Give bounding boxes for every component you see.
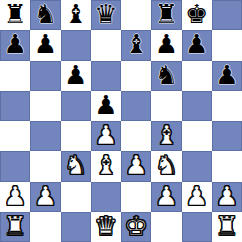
black-king[interactable]: ♚ [185, 1, 208, 27]
square-b3[interactable] [30, 151, 60, 181]
square-a8[interactable]: ♜ [0, 0, 30, 30]
square-h6[interactable]: ♟ [212, 61, 242, 91]
square-b5[interactable] [30, 91, 60, 121]
square-a7[interactable]: ♟ [0, 30, 30, 60]
square-c1[interactable] [61, 212, 91, 242]
square-h8[interactable] [212, 0, 242, 30]
white-bishop[interactable]: ♝ [94, 152, 117, 178]
square-d1[interactable]: ♛ [91, 212, 121, 242]
square-b4[interactable] [30, 121, 60, 151]
square-e3[interactable]: ♟ [121, 151, 151, 181]
square-g5[interactable] [182, 91, 212, 121]
white-pawn[interactable]: ♟ [155, 183, 178, 209]
square-h7[interactable] [212, 30, 242, 60]
square-b1[interactable] [30, 212, 60, 242]
square-g1[interactable] [182, 212, 212, 242]
square-g6[interactable] [182, 61, 212, 91]
square-b7[interactable]: ♟ [30, 30, 60, 60]
black-rook[interactable]: ♜ [3, 1, 26, 27]
square-d5[interactable]: ♟ [91, 91, 121, 121]
square-a5[interactable] [0, 91, 30, 121]
square-g2[interactable]: ♟ [182, 182, 212, 212]
square-c3[interactable]: ♞ [61, 151, 91, 181]
black-queen[interactable]: ♛ [94, 1, 117, 27]
white-pawn[interactable]: ♟ [34, 183, 57, 209]
black-knight[interactable]: ♞ [155, 62, 178, 88]
black-bishop[interactable]: ♝ [124, 31, 147, 57]
square-h3[interactable] [212, 151, 242, 181]
square-f7[interactable]: ♟ [151, 30, 181, 60]
square-e1[interactable]: ♚ [121, 212, 151, 242]
black-knight[interactable]: ♞ [34, 1, 57, 27]
square-g4[interactable] [182, 121, 212, 151]
white-pawn[interactable]: ♟ [3, 183, 26, 209]
square-c8[interactable]: ♝ [61, 0, 91, 30]
square-f5[interactable] [151, 91, 181, 121]
square-h2[interactable]: ♟ [212, 182, 242, 212]
square-e7[interactable]: ♝ [121, 30, 151, 60]
square-b6[interactable] [30, 61, 60, 91]
square-e2[interactable] [121, 182, 151, 212]
square-f4[interactable]: ♝ [151, 121, 181, 151]
square-h1[interactable]: ♜ [212, 212, 242, 242]
square-f1[interactable] [151, 212, 181, 242]
white-king[interactable]: ♚ [124, 213, 147, 239]
white-knight[interactable]: ♞ [155, 152, 178, 178]
square-f2[interactable]: ♟ [151, 182, 181, 212]
black-pawn[interactable]: ♟ [3, 31, 26, 57]
white-pawn[interactable]: ♟ [215, 183, 238, 209]
square-d4[interactable]: ♟ [91, 121, 121, 151]
square-g3[interactable] [182, 151, 212, 181]
black-pawn[interactable]: ♟ [64, 62, 87, 88]
square-e4[interactable] [121, 121, 151, 151]
white-pawn[interactable]: ♟ [185, 183, 208, 209]
square-g7[interactable]: ♟ [182, 30, 212, 60]
black-pawn[interactable]: ♟ [155, 31, 178, 57]
square-f3[interactable]: ♞ [151, 151, 181, 181]
square-d3[interactable]: ♝ [91, 151, 121, 181]
black-pawn[interactable]: ♟ [34, 31, 57, 57]
square-c7[interactable] [61, 30, 91, 60]
square-f8[interactable]: ♜ [151, 0, 181, 30]
square-c4[interactable] [61, 121, 91, 151]
square-e8[interactable] [121, 0, 151, 30]
black-pawn[interactable]: ♟ [185, 31, 208, 57]
square-h5[interactable] [212, 91, 242, 121]
square-a6[interactable] [0, 61, 30, 91]
white-rook[interactable]: ♜ [215, 213, 238, 239]
square-c6[interactable]: ♟ [61, 61, 91, 91]
square-d8[interactable]: ♛ [91, 0, 121, 30]
square-e5[interactable] [121, 91, 151, 121]
square-d7[interactable] [91, 30, 121, 60]
square-c2[interactable] [61, 182, 91, 212]
square-a2[interactable]: ♟ [0, 182, 30, 212]
black-pawn[interactable]: ♟ [94, 92, 117, 118]
square-g8[interactable]: ♚ [182, 0, 212, 30]
white-bishop[interactable]: ♝ [155, 122, 178, 148]
white-pawn[interactable]: ♟ [94, 122, 117, 148]
black-bishop[interactable]: ♝ [64, 1, 87, 27]
square-f6[interactable]: ♞ [151, 61, 181, 91]
square-d2[interactable] [91, 182, 121, 212]
square-b2[interactable]: ♟ [30, 182, 60, 212]
white-rook[interactable]: ♜ [3, 213, 26, 239]
black-pawn[interactable]: ♟ [215, 62, 238, 88]
square-e6[interactable] [121, 61, 151, 91]
square-b8[interactable]: ♞ [30, 0, 60, 30]
white-queen[interactable]: ♛ [94, 213, 117, 239]
white-pawn[interactable]: ♟ [124, 152, 147, 178]
black-rook[interactable]: ♜ [155, 1, 178, 27]
square-h4[interactable] [212, 121, 242, 151]
square-c5[interactable] [61, 91, 91, 121]
white-knight[interactable]: ♞ [64, 152, 87, 178]
square-a1[interactable]: ♜ [0, 212, 30, 242]
square-a4[interactable] [0, 121, 30, 151]
square-d6[interactable] [91, 61, 121, 91]
square-a3[interactable] [0, 151, 30, 181]
chess-board: ♜♞♝♛♜♚♟♟♝♟♟♟♞♟♟♟♝♞♝♟♞♟♟♟♟♟♜♛♚♜ [0, 0, 242, 242]
